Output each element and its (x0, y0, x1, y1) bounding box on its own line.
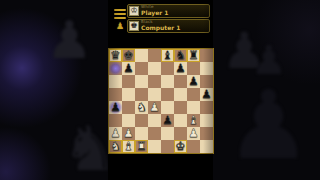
player-name-black: Computer 1 (141, 24, 181, 31)
square-b5[interactable] (122, 88, 135, 101)
black-queen-piece: ♛ (110, 49, 120, 62)
square-d2[interactable] (148, 127, 161, 140)
square-c6[interactable] (135, 75, 148, 88)
square-g2[interactable]: ♟ (187, 127, 200, 140)
square-h3[interactable] (200, 114, 213, 127)
square-h8[interactable] (200, 49, 213, 62)
square-d1[interactable] (148, 140, 161, 153)
square-g6[interactable]: ♟ (187, 75, 200, 88)
black-pawn-piece: ♟ (175, 62, 185, 75)
square-a8[interactable]: ♛ (109, 49, 122, 62)
square-c1[interactable]: ♜ (135, 140, 148, 153)
square-c4[interactable]: ♞ (135, 101, 148, 114)
chess-board: ♛♚♝♞♜♟♟♟♟♟♞♟♟♝♟♟♟♞♝♜♚ (109, 49, 213, 153)
white-rook-piece: ♜ (136, 140, 146, 153)
white-knight-piece: ♞ (136, 101, 146, 114)
square-g8[interactable]: ♜ (187, 49, 200, 62)
white-bishop-piece: ♝ (123, 140, 133, 153)
background-pawn-silhouette: ♟ (46, 14, 93, 66)
square-a1[interactable]: ♞ (109, 140, 122, 153)
square-d4[interactable]: ♟ (148, 101, 161, 114)
square-h5[interactable]: ♟ (200, 88, 213, 101)
black-pawn-piece: ♟ (201, 88, 211, 101)
black-pawn-piece: ♟ (110, 101, 120, 114)
square-d8[interactable] (148, 49, 161, 62)
white-knight-piece: ♞ (110, 140, 120, 153)
background-pawn-silhouette: ♟ (226, 78, 311, 173)
square-c8[interactable] (135, 49, 148, 62)
square-b7[interactable]: ♟ (122, 62, 135, 75)
square-e8[interactable]: ♝ (161, 49, 174, 62)
menu-hamburger-icon[interactable] (114, 9, 126, 19)
square-h7[interactable] (200, 62, 213, 75)
square-f7[interactable]: ♟ (174, 62, 187, 75)
square-g1[interactable] (187, 140, 200, 153)
black-pawn-piece: ♟ (162, 114, 172, 127)
black-pawn-piece: ♟ (188, 75, 198, 88)
square-b1[interactable]: ♝ (122, 140, 135, 153)
square-a4[interactable]: ♟ (109, 101, 122, 114)
black-bishop-piece: ♝ (162, 49, 172, 62)
square-e6[interactable] (161, 75, 174, 88)
square-e1[interactable] (161, 140, 174, 153)
square-f3[interactable] (174, 114, 187, 127)
phone-screen: ♔ White Player 1 ♚ Black Computer 1 ♟ ♛♚… (108, 0, 213, 180)
white-king-avatar-icon: ♔ (129, 6, 139, 16)
square-a7[interactable] (109, 62, 122, 75)
square-h4[interactable] (200, 101, 213, 114)
square-f1[interactable]: ♚ (174, 140, 187, 153)
square-f4[interactable] (174, 101, 187, 114)
square-g5[interactable] (187, 88, 200, 101)
square-d6[interactable] (148, 75, 161, 88)
black-king-avatar-icon: ♚ (129, 21, 139, 31)
square-d7[interactable] (148, 62, 161, 75)
square-d3[interactable] (148, 114, 161, 127)
square-b4[interactable] (122, 101, 135, 114)
square-h2[interactable] (200, 127, 213, 140)
screenshot-stage: ♟ ♞ ♟ ♟ ♟ ♔ White Player 1 ♚ Black Compu… (0, 0, 320, 180)
player-card-white[interactable]: ♔ White Player 1 (127, 4, 210, 18)
square-e7[interactable] (161, 62, 174, 75)
white-pawn-piece: ♟ (149, 101, 159, 114)
square-c3[interactable] (135, 114, 148, 127)
turn-indicator-icon: ♟ (116, 21, 124, 31)
square-h1[interactable] (200, 140, 213, 153)
black-rook-piece: ♜ (188, 49, 198, 62)
square-e3[interactable]: ♟ (161, 114, 174, 127)
square-b6[interactable] (122, 75, 135, 88)
square-f5[interactable] (174, 88, 187, 101)
square-c7[interactable] (135, 62, 148, 75)
square-f6[interactable] (174, 75, 187, 88)
white-king-piece: ♚ (175, 140, 185, 153)
black-pawn-piece: ♟ (123, 62, 133, 75)
player-name-white: Player 1 (141, 9, 169, 16)
white-pawn-piece: ♟ (188, 127, 198, 140)
square-e2[interactable] (161, 127, 174, 140)
square-e5[interactable] (161, 88, 174, 101)
square-a6[interactable] (109, 75, 122, 88)
player-card-black[interactable]: ♚ Black Computer 1 (127, 19, 210, 33)
